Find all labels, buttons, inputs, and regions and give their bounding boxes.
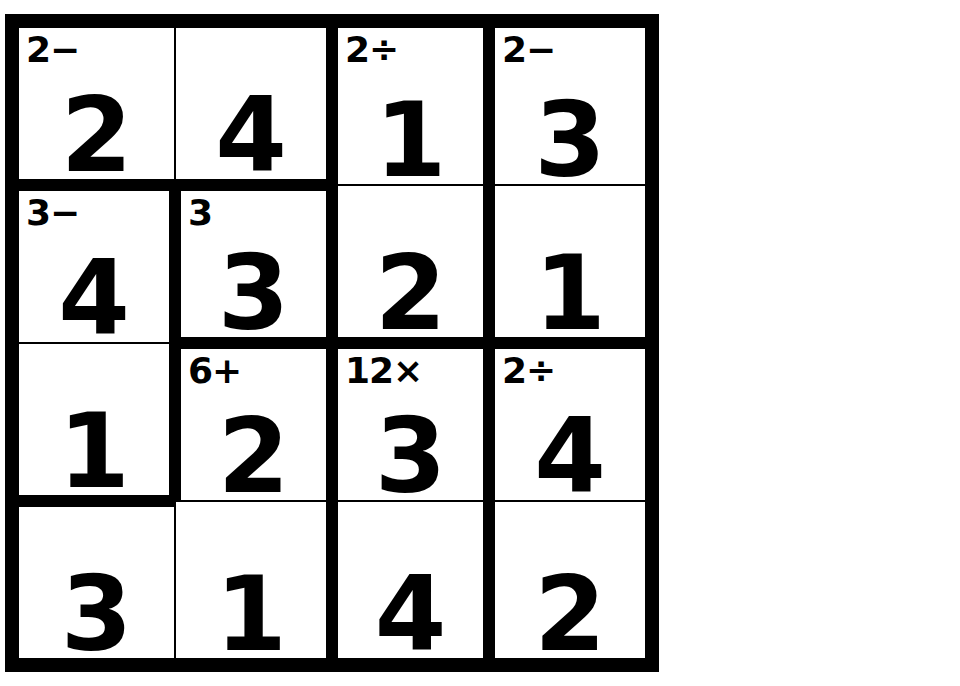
cell-r1c0[interactable]: 3− 4	[18, 185, 175, 343]
cell-r1c1[interactable]: 3 3	[175, 185, 332, 343]
cage-clue: 6+	[188, 350, 241, 391]
cell-value: 4	[19, 247, 169, 350]
cell-value: 4	[176, 84, 326, 187]
cell-value: 3	[495, 89, 645, 192]
cage-clue: 2÷	[345, 29, 398, 70]
cell-value: 3	[181, 242, 326, 345]
cell-r1c2[interactable]: 2	[332, 185, 489, 343]
cell-value: 2	[495, 563, 645, 666]
cell-r3c3[interactable]: 2	[489, 501, 646, 659]
cage-clue: 2÷	[502, 350, 555, 391]
cell-r3c0[interactable]: 3	[18, 501, 175, 659]
cell-r0c0[interactable]: 2− 2	[18, 27, 175, 185]
cage-clue: 2−	[26, 29, 79, 70]
cell-r3c1[interactable]: 1	[175, 501, 332, 659]
cell-value: 2	[19, 84, 174, 187]
cell-r2c1[interactable]: 6+ 2	[175, 343, 332, 501]
cell-r0c3[interactable]: 2− 3	[489, 27, 646, 185]
cell-r1c3[interactable]: 1	[489, 185, 646, 343]
cell-r2c0[interactable]: 1	[18, 343, 175, 501]
cell-value: 2	[338, 242, 483, 345]
cell-value: 1	[338, 89, 483, 192]
cell-r0c2[interactable]: 2÷ 1	[332, 27, 489, 185]
cell-value: 1	[176, 563, 326, 666]
cell-r0c1[interactable]: 4	[175, 27, 332, 185]
cell-value: 1	[19, 400, 169, 503]
cell-value: 4	[338, 563, 483, 666]
kenken-board: 2− 2 4 2÷ 1 2− 3 3− 4 3 3 2 1	[5, 14, 659, 672]
cell-value: 1	[495, 242, 645, 345]
cell-value: 3	[338, 405, 483, 508]
cell-r3c2[interactable]: 4	[332, 501, 489, 659]
cage-clue: 12×	[345, 350, 422, 391]
page: 2− 2 4 2÷ 1 2− 3 3− 4 3 3 2 1	[0, 0, 960, 686]
cell-value: 2	[181, 405, 326, 508]
cage-clue: 2−	[502, 29, 555, 70]
cell-value: 3	[19, 563, 174, 666]
cage-clue: 3	[188, 192, 212, 233]
cell-r2c2[interactable]: 12× 3	[332, 343, 489, 501]
cell-value: 4	[495, 405, 645, 508]
cage-clue: 3−	[26, 192, 79, 233]
cell-r2c3[interactable]: 2÷ 4	[489, 343, 646, 501]
